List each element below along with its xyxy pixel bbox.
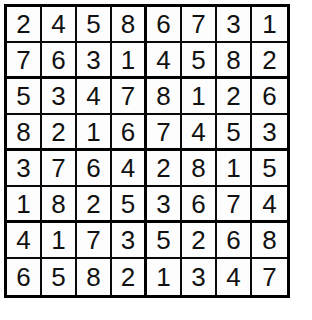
sudoku-cell-r8c5: 1 (147, 259, 182, 295)
sudoku-cell-r3c4: 7 (112, 79, 147, 115)
sudoku-cell-r1c6: 7 (182, 7, 217, 43)
sudoku-cell-r4c1: 8 (7, 115, 42, 151)
sudoku-cell-r8c8: 7 (252, 259, 287, 295)
sudoku-cell-r4c8: 3 (252, 115, 287, 151)
sudoku-cell-r4c7: 5 (217, 115, 252, 151)
sudoku-cell-r7c8: 8 (252, 223, 287, 259)
sudoku-cell-r8c3: 8 (77, 259, 112, 295)
sudoku-cell-r2c6: 5 (182, 43, 217, 79)
sudoku-cell-r7c5: 5 (147, 223, 182, 259)
sudoku-cell-r6c4: 5 (112, 187, 147, 223)
sudoku-cell-r7c1: 4 (7, 223, 42, 259)
sudoku-cell-r1c5: 6 (147, 7, 182, 43)
sudoku-cell-r5c3: 6 (77, 151, 112, 187)
sudoku-board: 2458673176314582534781268216745337642815… (4, 4, 290, 298)
sudoku-cell-r6c1: 1 (7, 187, 42, 223)
sudoku-cell-r4c2: 2 (42, 115, 77, 151)
sudoku-cell-r4c4: 6 (112, 115, 147, 151)
sudoku-cell-r2c2: 6 (42, 43, 77, 79)
sudoku-cell-r2c7: 8 (217, 43, 252, 79)
sudoku-cell-r6c2: 8 (42, 187, 77, 223)
sudoku-cell-r7c7: 6 (217, 223, 252, 259)
sudoku-cell-r6c6: 6 (182, 187, 217, 223)
sudoku-cell-r3c5: 8 (147, 79, 182, 115)
sudoku-cell-r8c6: 3 (182, 259, 217, 295)
sudoku-cell-r5c5: 2 (147, 151, 182, 187)
sudoku-cell-r1c8: 1 (252, 7, 287, 43)
sudoku-cell-r5c7: 1 (217, 151, 252, 187)
sudoku-cell-r8c7: 4 (217, 259, 252, 295)
sudoku-cell-r5c6: 8 (182, 151, 217, 187)
sudoku-cell-r2c3: 3 (77, 43, 112, 79)
sudoku-cell-r7c2: 1 (42, 223, 77, 259)
sudoku-cell-r1c1: 2 (7, 7, 42, 43)
sudoku-cell-r5c8: 5 (252, 151, 287, 187)
sudoku-cell-r3c7: 2 (217, 79, 252, 115)
page-background: 2458673176314582534781268216745337642815… (0, 0, 312, 302)
sudoku-cell-r1c4: 8 (112, 7, 147, 43)
sudoku-cell-r5c2: 7 (42, 151, 77, 187)
sudoku-cell-r3c8: 6 (252, 79, 287, 115)
sudoku-cell-r4c5: 7 (147, 115, 182, 151)
sudoku-cell-r6c7: 7 (217, 187, 252, 223)
sudoku-cell-r3c6: 1 (182, 79, 217, 115)
sudoku-cell-r8c2: 5 (42, 259, 77, 295)
sudoku-cell-r1c3: 5 (77, 7, 112, 43)
sudoku-cell-r1c7: 3 (217, 7, 252, 43)
sudoku-cell-r3c3: 4 (77, 79, 112, 115)
sudoku-cell-r2c8: 2 (252, 43, 287, 79)
sudoku-cell-r2c1: 7 (7, 43, 42, 79)
sudoku-cell-r6c5: 3 (147, 187, 182, 223)
sudoku-cell-r7c6: 2 (182, 223, 217, 259)
sudoku-cell-r4c6: 4 (182, 115, 217, 151)
sudoku-cell-r3c1: 5 (7, 79, 42, 115)
sudoku-cell-r1c2: 4 (42, 7, 77, 43)
sudoku-cell-r7c3: 7 (77, 223, 112, 259)
sudoku-cell-r5c4: 4 (112, 151, 147, 187)
sudoku-cell-r6c3: 2 (77, 187, 112, 223)
sudoku-cell-r2c4: 1 (112, 43, 147, 79)
sudoku-cell-r6c8: 4 (252, 187, 287, 223)
sudoku-cell-r8c1: 6 (7, 259, 42, 295)
sudoku-cell-r2c5: 4 (147, 43, 182, 79)
sudoku-cell-r7c4: 3 (112, 223, 147, 259)
sudoku-cell-r8c4: 2 (112, 259, 147, 295)
sudoku-cell-r4c3: 1 (77, 115, 112, 151)
sudoku-cell-r3c2: 3 (42, 79, 77, 115)
sudoku-cell-r5c1: 3 (7, 151, 42, 187)
